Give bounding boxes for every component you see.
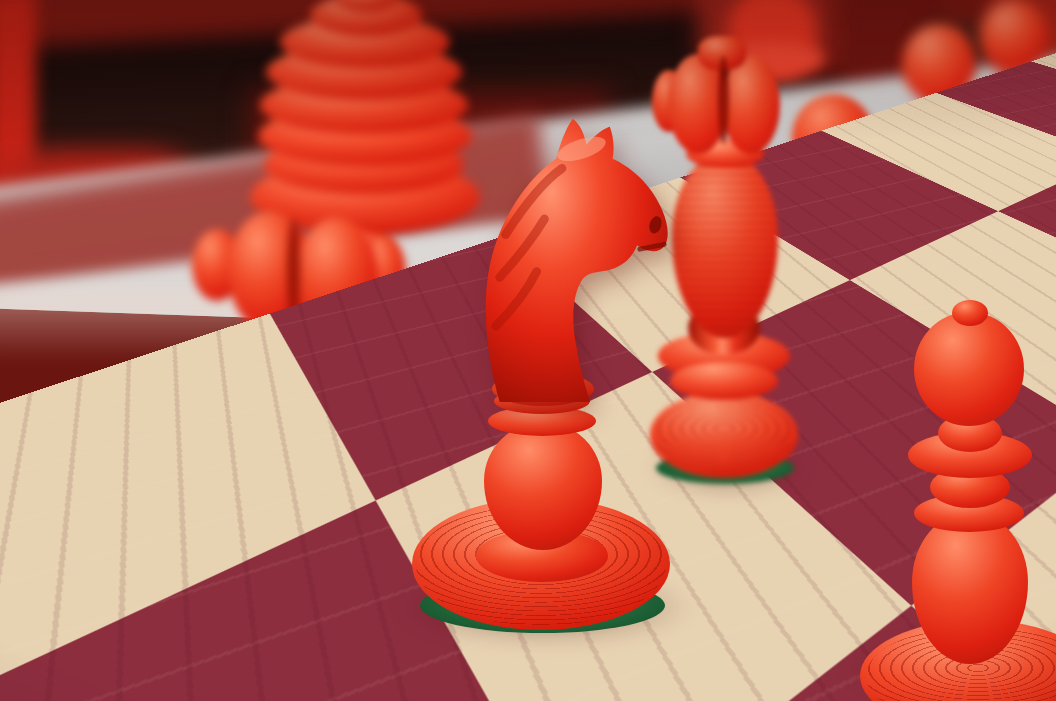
bishop-barrel <box>228 297 382 521</box>
pawn-partial-bottom-left <box>0 594 63 701</box>
pawn-background-2 <box>952 0 1056 245</box>
knight-head <box>426 110 698 402</box>
mitre-cleft <box>287 219 300 321</box>
knight-piece <box>400 100 700 660</box>
mitre-lobe-right <box>296 217 378 333</box>
photo-scene <box>0 0 1056 701</box>
pawn-neck <box>814 174 856 214</box>
pawn-head <box>792 94 874 180</box>
pawn-foreground <box>858 304 1056 701</box>
mitre-lobe-right <box>722 56 780 154</box>
pawn-head <box>914 312 1024 426</box>
bishop-lower-bulb <box>222 547 386 701</box>
pawn-head <box>980 0 1048 72</box>
mitre-cleft <box>718 56 729 144</box>
bishop-left <box>178 205 418 701</box>
pawn-finial <box>952 300 988 326</box>
